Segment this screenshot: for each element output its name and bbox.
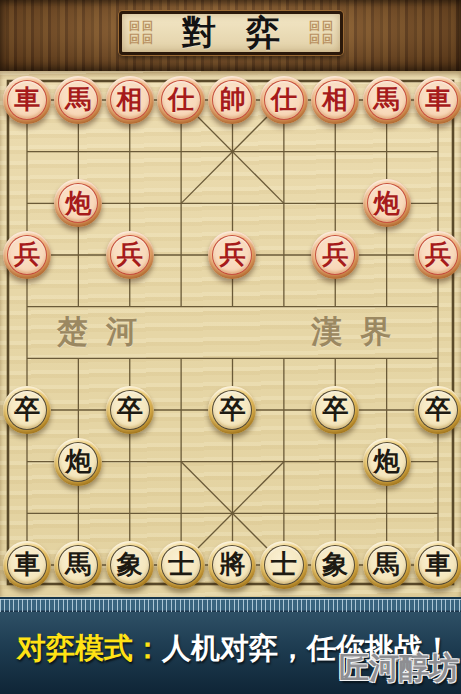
board-point[interactable]	[258, 281, 309, 333]
board-point[interactable]: 卒	[1, 384, 52, 436]
piece-face: 卒	[315, 390, 355, 430]
board-point[interactable]	[361, 487, 412, 539]
pieces-grid: 車馬相仕帥仕相馬車炮炮兵兵兵兵兵卒卒卒卒卒炮炮車馬象士將士象馬車	[1, 74, 461, 591]
piece-red[interactable]: 兵	[106, 231, 154, 279]
piece-glyph: 仕	[168, 86, 194, 113]
piece-glyph: 卒	[425, 396, 451, 423]
board-point[interactable]	[258, 436, 309, 488]
xiangqi-board: 楚河 漢界 車馬相仕帥仕相馬車炮炮兵兵兵兵兵卒卒卒卒卒炮炮車馬象士將士象馬車	[0, 71, 461, 597]
piece-red[interactable]: 炮	[54, 179, 102, 227]
board-point[interactable]: 馬	[53, 539, 104, 591]
board-point[interactable]	[310, 332, 361, 384]
bottom-banner: 对弈模式：人机对弈，任你挑战！ 匠河醇坊	[0, 612, 461, 694]
board-point[interactable]	[155, 177, 206, 229]
board-point[interactable]	[258, 229, 309, 281]
piece-face: 卒	[110, 390, 150, 430]
piece-face: 兵	[7, 235, 47, 275]
piece-glyph: 車	[14, 551, 40, 578]
piece-face: 象	[315, 545, 355, 585]
board-point[interactable]	[412, 281, 461, 333]
piece-red[interactable]: 相	[311, 76, 359, 124]
board-point[interactable]: 卒	[104, 384, 155, 436]
board-point[interactable]: 炮	[53, 436, 104, 488]
meander-glyph: 回	[129, 21, 140, 32]
piece-black[interactable]: 將	[208, 541, 256, 589]
piece-glyph: 卒	[14, 396, 40, 423]
piece-red[interactable]: 炮	[363, 179, 411, 227]
piece-glyph: 馬	[374, 86, 400, 113]
board-point[interactable]	[1, 487, 52, 539]
board-point[interactable]	[207, 126, 258, 178]
board-point[interactable]: 象	[310, 539, 361, 591]
piece-face: 馬	[367, 80, 407, 120]
board-point[interactable]: 仕	[258, 74, 309, 126]
meander-right-icon: 回 回 回 回	[309, 21, 333, 45]
board-point[interactable]: 仕	[155, 74, 206, 126]
board-point[interactable]	[361, 229, 412, 281]
piece-red[interactable]: 車	[3, 76, 51, 124]
meander-glyph: 回	[142, 21, 153, 32]
piece-glyph: 炮	[65, 448, 91, 475]
piece-face: 卒	[212, 390, 252, 430]
board-point[interactable]	[361, 384, 412, 436]
piece-glyph: 卒	[322, 396, 348, 423]
piece-glyph: 象	[117, 551, 143, 578]
piece-red[interactable]: 兵	[208, 231, 256, 279]
title-plaque: 回 回 回 回 對弈 回 回 回 回	[119, 11, 343, 55]
board-point[interactable]	[258, 487, 309, 539]
board-point[interactable]: 炮	[361, 177, 412, 229]
piece-glyph: 兵	[14, 241, 40, 268]
board-point[interactable]	[53, 332, 104, 384]
piece-black[interactable]: 卒	[414, 386, 461, 434]
board-point[interactable]	[310, 126, 361, 178]
piece-glyph: 士	[168, 551, 194, 578]
piece-face: 卒	[7, 390, 47, 430]
piece-face: 炮	[58, 183, 98, 223]
board-point[interactable]: 馬	[361, 539, 412, 591]
piece-face: 相	[110, 80, 150, 120]
piece-red[interactable]: 兵	[3, 231, 51, 279]
piece-red[interactable]: 兵	[311, 231, 359, 279]
piece-face: 車	[7, 80, 47, 120]
board-point[interactable]	[258, 332, 309, 384]
piece-glyph: 象	[322, 551, 348, 578]
board-point[interactable]	[1, 332, 52, 384]
piece-face: 相	[315, 80, 355, 120]
board-point[interactable]	[412, 332, 461, 384]
board-point[interactable]: 卒	[310, 384, 361, 436]
board-point[interactable]: 車	[412, 539, 461, 591]
board-point[interactable]	[155, 487, 206, 539]
piece-glyph: 卒	[117, 396, 143, 423]
board-point[interactable]: 象	[104, 539, 155, 591]
board-point[interactable]	[53, 384, 104, 436]
board-point[interactable]	[155, 332, 206, 384]
board-point[interactable]	[104, 436, 155, 488]
wood-header: 回 回 回 回 對弈 回 回 回 回	[0, 0, 461, 71]
board-point[interactable]	[412, 177, 461, 229]
piece-face: 車	[7, 545, 47, 585]
watermark: 匠河醇坊	[339, 648, 459, 689]
board-point[interactable]	[104, 332, 155, 384]
piece-face: 炮	[58, 442, 98, 482]
board-point[interactable]: 車	[1, 74, 52, 126]
meander-glyph: 回	[142, 34, 153, 45]
piece-black[interactable]: 卒	[3, 386, 51, 434]
piece-glyph: 兵	[219, 241, 245, 268]
board-point[interactable]: 馬	[361, 74, 412, 126]
board-point[interactable]	[361, 332, 412, 384]
board-point[interactable]: 士	[155, 539, 206, 591]
piece-black[interactable]: 炮	[363, 438, 411, 486]
board-point[interactable]	[155, 436, 206, 488]
board-point[interactable]	[310, 281, 361, 333]
piece-face: 仕	[161, 80, 201, 120]
board-point[interactable]	[258, 177, 309, 229]
board-point[interactable]	[53, 281, 104, 333]
board-point[interactable]	[258, 384, 309, 436]
piece-face: 將	[212, 545, 252, 585]
board-point[interactable]	[412, 487, 461, 539]
piece-glyph: 炮	[374, 448, 400, 475]
piece-face: 卒	[418, 390, 458, 430]
page-title: 對弈	[182, 10, 310, 56]
piece-red[interactable]: 仕	[157, 76, 205, 124]
board-point[interactable]	[258, 126, 309, 178]
mode-label: 对弈模式：	[17, 632, 162, 664]
piece-red[interactable]: 仕	[260, 76, 308, 124]
meander-glyph: 回	[309, 34, 320, 45]
board-point[interactable]	[53, 229, 104, 281]
piece-glyph: 兵	[117, 241, 143, 268]
board-point[interactable]: 將	[207, 539, 258, 591]
piece-face: 兵	[315, 235, 355, 275]
meander-glyph: 回	[322, 21, 333, 32]
board-point[interactable]	[310, 487, 361, 539]
piece-black[interactable]: 象	[311, 541, 359, 589]
piece-face: 炮	[367, 183, 407, 223]
board-point[interactable]: 車	[412, 74, 461, 126]
piece-face: 士	[264, 545, 304, 585]
board-point[interactable]: 炮	[361, 436, 412, 488]
piece-red[interactable]: 帥	[208, 76, 256, 124]
board-point[interactable]: 車	[1, 539, 52, 591]
piece-glyph: 車	[425, 551, 451, 578]
piece-glyph: 仕	[271, 86, 297, 113]
board-point[interactable]: 卒	[412, 384, 461, 436]
piece-glyph: 炮	[65, 190, 91, 217]
board-point[interactable]: 兵	[104, 229, 155, 281]
piece-glyph: 相	[322, 86, 348, 113]
board-point[interactable]: 馬	[53, 74, 104, 126]
piece-glyph: 馬	[65, 86, 91, 113]
board-point[interactable]: 兵	[310, 229, 361, 281]
board-point[interactable]	[412, 126, 461, 178]
piece-face: 兵	[110, 235, 150, 275]
xiangqi-app: 回 回 回 回 對弈 回 回 回 回 楚河 漢界 車馬相仕帥仕相馬車炮炮兵兵兵兵…	[0, 0, 461, 694]
piece-red[interactable]: 兵	[414, 231, 461, 279]
piece-black[interactable]: 車	[414, 541, 461, 589]
piece-red[interactable]: 馬	[54, 76, 102, 124]
board-point[interactable]	[412, 436, 461, 488]
piece-glyph: 車	[425, 86, 451, 113]
board-point[interactable]	[1, 177, 52, 229]
board-point[interactable]	[104, 177, 155, 229]
piece-glyph: 車	[14, 86, 40, 113]
piece-glyph: 將	[219, 551, 245, 578]
board-point[interactable]	[207, 436, 258, 488]
board-point[interactable]	[207, 281, 258, 333]
piece-face: 象	[110, 545, 150, 585]
piece-face: 帥	[212, 80, 252, 120]
fret-border	[0, 597, 461, 612]
board-point[interactable]	[1, 126, 52, 178]
board-point[interactable]	[207, 487, 258, 539]
board-point[interactable]	[104, 487, 155, 539]
piece-face: 車	[418, 80, 458, 120]
board-point[interactable]: 卒	[207, 384, 258, 436]
board-point[interactable]	[1, 436, 52, 488]
board-point[interactable]	[310, 177, 361, 229]
piece-black[interactable]: 卒	[208, 386, 256, 434]
board-point[interactable]	[104, 126, 155, 178]
board-point[interactable]: 兵	[207, 229, 258, 281]
piece-glyph: 帥	[219, 86, 245, 113]
board-point[interactable]	[155, 384, 206, 436]
piece-face: 馬	[58, 545, 98, 585]
board-point[interactable]: 相	[310, 74, 361, 126]
piece-glyph: 馬	[374, 551, 400, 578]
board-point[interactable]	[361, 126, 412, 178]
meander-glyph: 回	[129, 34, 140, 45]
board-point[interactable]	[310, 436, 361, 488]
board-point[interactable]	[104, 281, 155, 333]
piece-face: 仕	[264, 80, 304, 120]
piece-glyph: 炮	[374, 190, 400, 217]
piece-black[interactable]: 士	[157, 541, 205, 589]
board-point[interactable]	[361, 281, 412, 333]
piece-glyph: 馬	[65, 551, 91, 578]
piece-black[interactable]: 象	[106, 541, 154, 589]
piece-glyph: 士	[271, 551, 297, 578]
piece-red[interactable]: 馬	[363, 76, 411, 124]
piece-black[interactable]: 車	[3, 541, 51, 589]
piece-face: 馬	[58, 80, 98, 120]
piece-red[interactable]: 車	[414, 76, 461, 124]
piece-face: 車	[418, 545, 458, 585]
meander-left-icon: 回 回 回 回	[129, 21, 153, 45]
board-point[interactable]: 士	[258, 539, 309, 591]
piece-red[interactable]: 相	[106, 76, 154, 124]
piece-black[interactable]: 卒	[106, 386, 154, 434]
board-point[interactable]	[53, 126, 104, 178]
board-point[interactable]: 兵	[1, 229, 52, 281]
piece-glyph: 卒	[219, 396, 245, 423]
meander-glyph: 回	[322, 34, 333, 45]
piece-face: 馬	[367, 545, 407, 585]
piece-glyph: 兵	[322, 241, 348, 268]
piece-face: 兵	[212, 235, 252, 275]
board-point[interactable]	[1, 281, 52, 333]
piece-black[interactable]: 卒	[311, 386, 359, 434]
board-point[interactable]	[207, 332, 258, 384]
piece-glyph: 兵	[425, 241, 451, 268]
board-point[interactable]: 相	[104, 74, 155, 126]
piece-black[interactable]: 士	[260, 541, 308, 589]
piece-face: 炮	[367, 442, 407, 482]
piece-glyph: 相	[117, 86, 143, 113]
board-point[interactable]: 兵	[412, 229, 461, 281]
piece-face: 士	[161, 545, 201, 585]
board-point[interactable]	[155, 126, 206, 178]
meander-glyph: 回	[309, 21, 320, 32]
piece-black[interactable]: 馬	[54, 541, 102, 589]
board-point[interactable]	[155, 281, 206, 333]
board-point[interactable]: 炮	[53, 177, 104, 229]
piece-black[interactable]: 炮	[54, 438, 102, 486]
piece-black[interactable]: 馬	[363, 541, 411, 589]
board-point[interactable]	[207, 177, 258, 229]
piece-face: 兵	[418, 235, 458, 275]
board-point[interactable]: 帥	[207, 74, 258, 126]
board-point[interactable]	[155, 229, 206, 281]
board-point[interactable]	[53, 487, 104, 539]
